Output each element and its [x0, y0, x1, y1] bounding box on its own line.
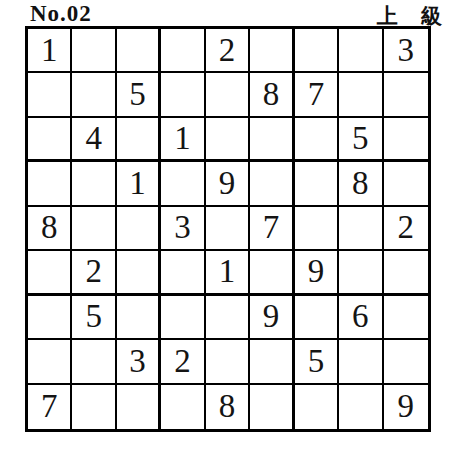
cell-r2c1[interactable] [28, 73, 72, 117]
cell-r9c8[interactable] [339, 385, 383, 429]
cell-r7c1[interactable] [28, 296, 72, 340]
cell-r9c6[interactable] [250, 385, 294, 429]
cell-r6c6[interactable] [250, 251, 294, 295]
cell-r8c8[interactable] [339, 340, 383, 384]
cell-r8c3: 3 [117, 340, 161, 384]
cell-r6c9[interactable] [384, 251, 428, 295]
cell-r5c9: 2 [384, 207, 428, 251]
cell-r2c5[interactable] [206, 73, 250, 117]
cell-r1c8[interactable] [339, 29, 383, 73]
cell-r4c3: 1 [117, 162, 161, 206]
cell-r9c7[interactable] [295, 385, 339, 429]
cell-r3c9[interactable] [384, 118, 428, 162]
cell-r7c2: 5 [72, 296, 116, 340]
sudoku-board: 1235874151988372219596325789 [25, 26, 431, 432]
cell-r7c8: 6 [339, 296, 383, 340]
cell-r3c2: 4 [72, 118, 116, 162]
cell-r1c9: 3 [384, 29, 428, 73]
cell-r3c8: 5 [339, 118, 383, 162]
cell-r2c7: 7 [295, 73, 339, 117]
cell-r1c5: 2 [206, 29, 250, 73]
cell-r4c7[interactable] [295, 162, 339, 206]
cell-r1c4[interactable] [161, 29, 205, 73]
cell-r5c2[interactable] [72, 207, 116, 251]
cell-r5c7[interactable] [295, 207, 339, 251]
cell-r6c5: 1 [206, 251, 250, 295]
cell-r3c4: 1 [161, 118, 205, 162]
header: No.02 上 級 [0, 0, 456, 26]
cell-r6c3[interactable] [117, 251, 161, 295]
cell-r2c6: 8 [250, 73, 294, 117]
puzzle-number: No.02 [30, 1, 92, 27]
sudoku-page: No.02 上 級 1235874151988372219596325789 [0, 0, 456, 456]
cell-r6c4[interactable] [161, 251, 205, 295]
cell-r4c8: 8 [339, 162, 383, 206]
cell-r6c8[interactable] [339, 251, 383, 295]
cell-r5c3[interactable] [117, 207, 161, 251]
cell-r1c1: 1 [28, 29, 72, 73]
cell-r1c3[interactable] [117, 29, 161, 73]
cell-r5c4: 3 [161, 207, 205, 251]
cell-r1c2[interactable] [72, 29, 116, 73]
cell-r6c2: 2 [72, 251, 116, 295]
cell-r3c5[interactable] [206, 118, 250, 162]
cell-r1c6[interactable] [250, 29, 294, 73]
cell-r9c5: 8 [206, 385, 250, 429]
cell-r7c6: 9 [250, 296, 294, 340]
cell-r8c2[interactable] [72, 340, 116, 384]
cell-r8c4: 2 [161, 340, 205, 384]
cell-r7c4[interactable] [161, 296, 205, 340]
cell-r4c4[interactable] [161, 162, 205, 206]
cell-r6c1[interactable] [28, 251, 72, 295]
cell-r4c2[interactable] [72, 162, 116, 206]
cell-r6c7: 9 [295, 251, 339, 295]
cell-r3c1[interactable] [28, 118, 72, 162]
cell-r3c3[interactable] [117, 118, 161, 162]
cell-r2c3: 5 [117, 73, 161, 117]
cell-r9c9: 9 [384, 385, 428, 429]
cell-r4c1[interactable] [28, 162, 72, 206]
cell-r9c3[interactable] [117, 385, 161, 429]
cell-r1c7[interactable] [295, 29, 339, 73]
cell-r8c6[interactable] [250, 340, 294, 384]
cell-r2c2[interactable] [72, 73, 116, 117]
cell-r5c6: 7 [250, 207, 294, 251]
cell-r9c4[interactable] [161, 385, 205, 429]
cell-r8c7: 5 [295, 340, 339, 384]
cell-r9c1: 7 [28, 385, 72, 429]
cell-r8c1[interactable] [28, 340, 72, 384]
cell-r8c5[interactable] [206, 340, 250, 384]
cell-r5c5[interactable] [206, 207, 250, 251]
cell-r7c5[interactable] [206, 296, 250, 340]
cell-r2c9[interactable] [384, 73, 428, 117]
cell-r4c9[interactable] [384, 162, 428, 206]
cell-r4c5: 9 [206, 162, 250, 206]
cell-r7c9[interactable] [384, 296, 428, 340]
cell-r4c6[interactable] [250, 162, 294, 206]
cell-r5c1: 8 [28, 207, 72, 251]
cell-r5c8[interactable] [339, 207, 383, 251]
cell-r2c8[interactable] [339, 73, 383, 117]
cell-r7c3[interactable] [117, 296, 161, 340]
cell-r3c7[interactable] [295, 118, 339, 162]
cell-r8c9[interactable] [384, 340, 428, 384]
cell-r7c7[interactable] [295, 296, 339, 340]
cell-r3c6[interactable] [250, 118, 294, 162]
cell-r9c2[interactable] [72, 385, 116, 429]
cell-r2c4[interactable] [161, 73, 205, 117]
